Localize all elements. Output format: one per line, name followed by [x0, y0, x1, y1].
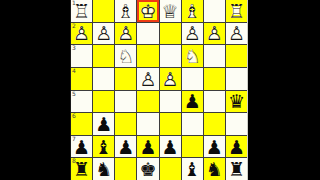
piece-outline-glyph: ♖: [226, 0, 247, 22]
white-pawn-piece: ♟♙: [137, 68, 158, 90]
square-f3[interactable]: ♞♘: [115, 45, 136, 67]
black-pawn-piece: ♟: [204, 136, 225, 158]
black-queen-piece: ♛: [226, 91, 247, 113]
piece-fill-glyph: ♚: [137, 0, 158, 22]
square-e5[interactable]: [137, 91, 158, 113]
letterboxed-frame: 1♜♖♝♗♚♔♛♕♝♗♜♖2♟♙♟♙♟♙♟♙♟♙♟♙3♞♘♞♘4♟♙♟♙5♟♛6…: [0, 0, 320, 180]
square-g4[interactable]: [93, 68, 114, 90]
square-g8[interactable]: ♞: [93, 158, 114, 180]
square-a4[interactable]: [226, 68, 247, 90]
square-b2[interactable]: ♟♙: [204, 23, 225, 45]
piece-outline-glyph: ♙: [226, 23, 247, 45]
square-e6[interactable]: [137, 113, 158, 135]
square-g3[interactable]: [93, 45, 114, 67]
square-c5[interactable]: ♟: [182, 91, 203, 113]
black-rook-piece: ♜: [71, 158, 92, 180]
piece-outline-glyph: ♙: [204, 23, 225, 45]
square-a7[interactable]: ♟: [226, 136, 247, 158]
chess-board: 1♜♖♝♗♚♔♛♕♝♗♜♖2♟♙♟♙♟♙♟♙♟♙♟♙3♞♘♞♘4♟♙♟♙5♟♛6…: [71, 0, 247, 180]
square-f8[interactable]: [115, 158, 136, 180]
square-a2[interactable]: ♟♙: [226, 23, 247, 45]
piece-glyph: ♟: [182, 91, 203, 113]
square-g2[interactable]: ♟♙: [93, 23, 114, 45]
square-f6[interactable]: [115, 113, 136, 135]
piece-outline-glyph: ♙: [93, 23, 114, 45]
piece-glyph: ♜: [71, 158, 92, 180]
square-f2[interactable]: ♟♙: [115, 23, 136, 45]
square-e8[interactable]: ♚: [137, 158, 158, 180]
square-c7[interactable]: [182, 136, 203, 158]
black-pawn-piece: ♟: [226, 136, 247, 158]
piece-outline-glyph: ♖: [71, 0, 92, 22]
piece-glyph: ♟: [71, 136, 92, 158]
piece-outline-glyph: ♘: [115, 45, 136, 67]
rank-label: 4: [72, 68, 76, 74]
square-d1[interactable]: ♛♕: [160, 0, 181, 22]
piece-glyph: ♟: [160, 136, 181, 158]
piece-glyph: ♝: [182, 158, 203, 180]
square-b4[interactable]: [204, 68, 225, 90]
piece-fill-glyph: ♜: [226, 0, 247, 22]
square-c8[interactable]: ♝: [182, 158, 203, 180]
square-d3[interactable]: [160, 45, 181, 67]
piece-outline-glyph: ♙: [137, 68, 158, 90]
piece-fill-glyph: ♝: [182, 0, 203, 22]
square-e2[interactable]: [137, 23, 158, 45]
white-knight-piece: ♞♘: [182, 45, 203, 67]
square-d8[interactable]: [160, 158, 181, 180]
square-e7[interactable]: ♟: [137, 136, 158, 158]
piece-outline-glyph: ♙: [182, 23, 203, 45]
piece-glyph: ♚: [137, 158, 158, 180]
square-f1[interactable]: ♝♗: [115, 0, 136, 22]
piece-outline-glyph: ♔: [137, 0, 158, 22]
white-king-piece: ♚♔: [137, 0, 158, 22]
piece-glyph: ♟: [93, 113, 114, 135]
piece-fill-glyph: ♟: [160, 68, 181, 90]
piece-fill-glyph: ♛: [160, 0, 181, 22]
piece-fill-glyph: ♞: [182, 45, 203, 67]
square-a8[interactable]: ♜: [226, 158, 247, 180]
rank-label: 3: [72, 45, 76, 51]
square-a1[interactable]: ♜♖: [226, 0, 247, 22]
square-g5[interactable]: [93, 91, 114, 113]
piece-glyph: ♟: [137, 136, 158, 158]
black-pawn-piece: ♟: [115, 136, 136, 158]
black-knight-piece: ♞: [93, 158, 114, 180]
square-b8[interactable]: ♞: [204, 158, 225, 180]
square-f7[interactable]: ♟: [115, 136, 136, 158]
white-pawn-piece: ♟♙: [204, 23, 225, 45]
black-pawn-piece: ♟: [93, 113, 114, 135]
square-h7[interactable]: 7♟: [71, 136, 92, 158]
square-h5[interactable]: 5: [71, 91, 92, 113]
white-pawn-piece: ♟♙: [182, 23, 203, 45]
square-h3[interactable]: 3: [71, 45, 92, 67]
piece-fill-glyph: ♟: [71, 23, 92, 45]
piece-outline-glyph: ♙: [71, 23, 92, 45]
piece-fill-glyph: ♟: [226, 23, 247, 45]
square-a5[interactable]: ♛: [226, 91, 247, 113]
square-d5[interactable]: [160, 91, 181, 113]
square-c1[interactable]: ♝♗: [182, 0, 203, 22]
black-pawn-piece: ♟: [182, 91, 203, 113]
square-b7[interactable]: ♟: [204, 136, 225, 158]
black-bishop-piece: ♝: [93, 136, 114, 158]
piece-fill-glyph: ♟: [137, 68, 158, 90]
square-d2[interactable]: [160, 23, 181, 45]
piece-fill-glyph: ♝: [115, 0, 136, 22]
piece-fill-glyph: ♟: [204, 23, 225, 45]
piece-outline-glyph: ♗: [182, 0, 203, 22]
square-b5[interactable]: [204, 91, 225, 113]
piece-outline-glyph: ♕: [160, 0, 181, 22]
rank-label: 7: [72, 136, 76, 142]
piece-glyph: ♟: [115, 136, 136, 158]
square-f5[interactable]: [115, 91, 136, 113]
piece-glyph: ♟: [204, 136, 225, 158]
white-pawn-piece: ♟♙: [115, 23, 136, 45]
square-h2[interactable]: 2♟♙: [71, 23, 92, 45]
white-pawn-piece: ♟♙: [226, 23, 247, 45]
square-c3[interactable]: ♞♘: [182, 45, 203, 67]
black-king-piece: ♚: [137, 158, 158, 180]
square-h4[interactable]: 4: [71, 68, 92, 90]
piece-outline-glyph: ♘: [182, 45, 203, 67]
rank-label: 6: [72, 113, 76, 119]
square-c2[interactable]: ♟♙: [182, 23, 203, 45]
black-bishop-piece: ♝: [182, 158, 203, 180]
rank-label: 2: [72, 23, 76, 29]
piece-fill-glyph: ♟: [182, 23, 203, 45]
white-pawn-piece: ♟♙: [93, 23, 114, 45]
piece-fill-glyph: ♜: [71, 0, 92, 22]
square-h8[interactable]: 8♜: [71, 158, 92, 180]
black-knight-piece: ♞: [204, 158, 225, 180]
white-rook-piece: ♜♖: [226, 0, 247, 22]
piece-fill-glyph: ♟: [115, 23, 136, 45]
piece-outline-glyph: ♙: [160, 68, 181, 90]
piece-glyph: ♛: [226, 91, 247, 113]
black-pawn-piece: ♟: [160, 136, 181, 158]
square-g7[interactable]: ♝: [93, 136, 114, 158]
white-knight-piece: ♞♘: [115, 45, 136, 67]
square-g6[interactable]: ♟: [93, 113, 114, 135]
piece-glyph: ♜: [226, 158, 247, 180]
square-g1[interactable]: [93, 0, 114, 22]
white-bishop-piece: ♝♗: [182, 0, 203, 22]
black-pawn-piece: ♟: [137, 136, 158, 158]
white-rook-piece: ♜♖: [71, 0, 92, 22]
square-a3[interactable]: [226, 45, 247, 67]
white-queen-piece: ♛♕: [160, 0, 181, 22]
rank-label: 8: [72, 158, 76, 164]
white-pawn-piece: ♟♙: [71, 23, 92, 45]
piece-glyph: ♞: [204, 158, 225, 180]
square-d4[interactable]: ♟♙: [160, 68, 181, 90]
square-e1[interactable]: ♚♔: [137, 0, 158, 22]
square-b3[interactable]: [204, 45, 225, 67]
rank-label: 5: [72, 91, 76, 97]
square-d7[interactable]: ♟: [160, 136, 181, 158]
piece-glyph: ♟: [226, 136, 247, 158]
square-c6[interactable]: [182, 113, 203, 135]
square-f4[interactable]: [115, 68, 136, 90]
piece-fill-glyph: ♟: [93, 23, 114, 45]
square-h1[interactable]: 1♜♖: [71, 0, 92, 22]
white-bishop-piece: ♝♗: [115, 0, 136, 22]
piece-fill-glyph: ♞: [115, 45, 136, 67]
square-a6[interactable]: [226, 113, 247, 135]
square-d6[interactable]: [160, 113, 181, 135]
black-pawn-piece: ♟: [71, 136, 92, 158]
rank-label: 1: [72, 0, 76, 6]
white-pawn-piece: ♟♙: [160, 68, 181, 90]
piece-outline-glyph: ♙: [115, 23, 136, 45]
black-rook-piece: ♜: [226, 158, 247, 180]
square-e4[interactable]: ♟♙: [137, 68, 158, 90]
piece-glyph: ♝: [93, 136, 114, 158]
piece-outline-glyph: ♗: [115, 0, 136, 22]
square-c4[interactable]: [182, 68, 203, 90]
square-h6[interactable]: 6: [71, 113, 92, 135]
square-b6[interactable]: [204, 113, 225, 135]
square-b1[interactable]: [204, 0, 225, 22]
piece-glyph: ♞: [93, 158, 114, 180]
square-e3[interactable]: [137, 45, 158, 67]
